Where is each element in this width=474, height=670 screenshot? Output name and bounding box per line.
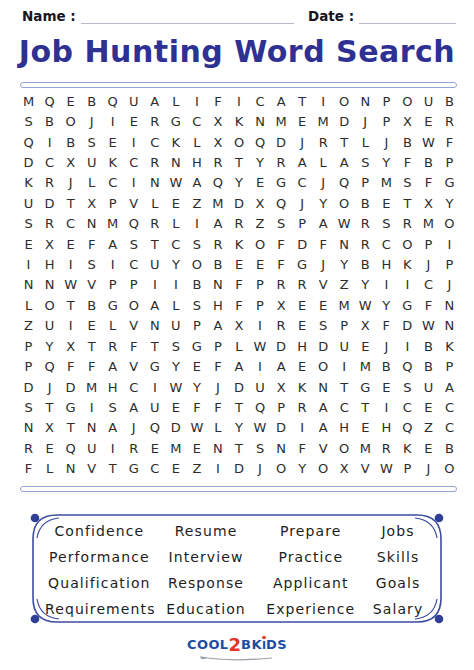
grid-cell[interactable]: T — [355, 397, 376, 417]
grid-cell[interactable]: C — [102, 173, 123, 193]
grid-cell[interactable]: X — [39, 418, 60, 438]
grid-cell[interactable]: M — [165, 438, 186, 458]
grid-cell[interactable]: O — [439, 214, 460, 234]
grid-cell[interactable]: P — [250, 295, 271, 315]
grid-cell[interactable]: F — [418, 173, 439, 193]
grid-cell[interactable]: D — [39, 193, 60, 213]
grid-cell[interactable]: N — [18, 275, 39, 295]
grid-cell[interactable]: T — [334, 132, 355, 152]
grid-cell[interactable]: O — [186, 254, 207, 274]
grid-cell[interactable]: O — [397, 91, 418, 111]
grid-cell[interactable]: Q — [102, 91, 123, 111]
grid-cell[interactable]: B — [207, 254, 228, 274]
grid-cell[interactable]: A — [313, 418, 334, 438]
grid-cell[interactable]: F — [81, 356, 102, 376]
grid-cell[interactable]: G — [144, 356, 165, 376]
grid-cell[interactable]: Y — [313, 193, 334, 213]
grid-cell[interactable]: I — [102, 111, 123, 131]
grid-cell[interactable]: J — [355, 111, 376, 131]
grid-cell[interactable]: V — [81, 275, 102, 295]
grid-cell[interactable]: R — [355, 214, 376, 234]
grid-cell[interactable]: I — [397, 336, 418, 356]
grid-cell[interactable]: Q — [250, 397, 271, 417]
grid-cell[interactable]: B — [39, 111, 60, 131]
grid-cell[interactable]: A — [207, 316, 228, 336]
grid-cell[interactable]: F — [60, 356, 81, 376]
grid-cell[interactable]: F — [207, 91, 228, 111]
grid-cell[interactable]: E — [376, 377, 397, 397]
grid-cell[interactable]: Y — [228, 418, 249, 438]
grid-cell[interactable]: G — [397, 295, 418, 315]
grid-cell[interactable]: F — [418, 295, 439, 315]
grid-cell[interactable]: I — [39, 132, 60, 152]
grid-cell[interactable]: T — [228, 438, 249, 458]
grid-cell[interactable]: N — [144, 173, 165, 193]
grid-cell[interactable]: F — [397, 152, 418, 172]
grid-cell[interactable]: R — [313, 132, 334, 152]
grid-cell[interactable]: X — [81, 193, 102, 213]
grid-cell[interactable]: W — [418, 132, 439, 152]
grid-cell[interactable]: A — [102, 356, 123, 376]
grid-cell[interactable]: I — [102, 438, 123, 458]
grid-cell[interactable]: E — [60, 91, 81, 111]
grid-cell[interactable]: H — [102, 377, 123, 397]
grid-cell[interactable]: C — [397, 397, 418, 417]
grid-cell[interactable]: Y — [376, 295, 397, 315]
grid-cell[interactable]: H — [376, 254, 397, 274]
grid-cell[interactable]: Q — [207, 173, 228, 193]
grid-cell[interactable]: B — [439, 438, 460, 458]
grid-cell[interactable]: X — [271, 295, 292, 315]
grid-cell[interactable]: O — [397, 234, 418, 254]
grid-cell[interactable]: E — [228, 254, 249, 274]
grid-cell[interactable]: E — [376, 193, 397, 213]
grid-cell[interactable]: P — [292, 214, 313, 234]
grid-cell[interactable]: L — [165, 91, 186, 111]
grid-cell[interactable]: N — [60, 459, 81, 479]
grid-cell[interactable]: H — [292, 336, 313, 356]
grid-cell[interactable]: T — [334, 377, 355, 397]
grid-cell[interactable]: P — [439, 356, 460, 376]
grid-cell[interactable]: P — [18, 336, 39, 356]
grid-cell[interactable]: K — [292, 377, 313, 397]
grid-cell[interactable]: Y — [292, 459, 313, 479]
grid-cell[interactable]: E — [18, 234, 39, 254]
grid-cell[interactable]: P — [271, 397, 292, 417]
grid-cell[interactable]: R — [144, 111, 165, 131]
grid-cell[interactable]: S — [271, 214, 292, 234]
grid-cell[interactable]: U — [81, 152, 102, 172]
grid-cell[interactable]: J — [123, 418, 144, 438]
grid-cell[interactable]: O — [250, 234, 271, 254]
grid-cell[interactable]: F — [313, 234, 334, 254]
grid-cell[interactable]: Y — [165, 356, 186, 376]
grid-cell[interactable]: C — [123, 152, 144, 172]
grid-cell[interactable]: L — [165, 295, 186, 315]
grid-cell[interactable]: S — [18, 397, 39, 417]
grid-cell[interactable]: P — [355, 173, 376, 193]
grid-cell[interactable]: L — [18, 295, 39, 315]
grid-cell[interactable]: N — [39, 275, 60, 295]
grid-cell[interactable]: K — [439, 336, 460, 356]
grid-cell[interactable]: R — [102, 336, 123, 356]
grid-cell[interactable]: H — [334, 418, 355, 438]
grid-cell[interactable]: C — [334, 397, 355, 417]
grid-cell[interactable]: M — [313, 111, 334, 131]
grid-cell[interactable]: C — [376, 234, 397, 254]
grid-cell[interactable]: A — [292, 152, 313, 172]
grid-cell[interactable]: T — [81, 336, 102, 356]
grid-cell[interactable]: R — [271, 275, 292, 295]
grid-cell[interactable]: N — [355, 91, 376, 111]
grid-cell[interactable]: J — [292, 193, 313, 213]
grid-cell[interactable]: G — [102, 295, 123, 315]
grid-cell[interactable]: Y — [186, 377, 207, 397]
grid-cell[interactable]: Q — [397, 356, 418, 376]
grid-cell[interactable]: F — [228, 295, 249, 315]
grid-cell[interactable]: I — [186, 214, 207, 234]
grid-cell[interactable]: S — [123, 234, 144, 254]
grid-cell[interactable]: J — [292, 132, 313, 152]
grid-cell[interactable]: C — [250, 91, 271, 111]
grid-cell[interactable]: I — [439, 234, 460, 254]
grid-cell[interactable]: S — [81, 254, 102, 274]
grid-cell[interactable]: E — [292, 111, 313, 131]
grid-cell[interactable]: P — [397, 459, 418, 479]
grid-cell[interactable]: U — [165, 316, 186, 336]
grid-cell[interactable]: D — [292, 234, 313, 254]
grid-cell[interactable]: Y — [250, 152, 271, 172]
grid-cell[interactable]: E — [292, 295, 313, 315]
grid-cell[interactable]: V — [123, 193, 144, 213]
grid-cell[interactable]: Z — [334, 275, 355, 295]
grid-cell[interactable]: L — [186, 132, 207, 152]
grid-cell[interactable]: O — [228, 132, 249, 152]
grid-cell[interactable]: M — [334, 295, 355, 315]
grid-cell[interactable]: E — [313, 295, 334, 315]
grid-cell[interactable]: D — [18, 152, 39, 172]
grid-cell[interactable]: D — [334, 111, 355, 131]
grid-cell[interactable]: N — [81, 214, 102, 234]
grid-cell[interactable]: S — [397, 377, 418, 397]
grid-cell[interactable]: I — [186, 91, 207, 111]
grid-cell[interactable]: Q — [397, 418, 418, 438]
grid-cell[interactable]: E — [102, 132, 123, 152]
grid-cell[interactable]: S — [376, 214, 397, 234]
grid-cell[interactable]: J — [81, 111, 102, 131]
grid-cell[interactable]: C — [418, 275, 439, 295]
grid-cell[interactable]: G — [292, 254, 313, 274]
grid-cell[interactable]: F — [228, 275, 249, 295]
grid-cell[interactable]: S — [250, 438, 271, 458]
grid-cell[interactable]: A — [334, 152, 355, 172]
grid-cell[interactable]: Y — [334, 254, 355, 274]
grid-cell[interactable]: P — [207, 336, 228, 356]
grid-cell[interactable]: N — [334, 234, 355, 254]
grid-cell[interactable]: I — [60, 254, 81, 274]
grid-cell[interactable]: C — [439, 397, 460, 417]
grid-cell[interactable]: F — [207, 356, 228, 376]
grid-cell[interactable]: M — [81, 377, 102, 397]
grid-cell[interactable]: N — [207, 275, 228, 295]
grid-cell[interactable]: O — [123, 295, 144, 315]
grid-cell[interactable]: R — [228, 214, 249, 234]
grid-cell[interactable]: B — [355, 254, 376, 274]
grid-cell[interactable]: L — [207, 418, 228, 438]
grid-cell[interactable]: Q — [250, 132, 271, 152]
grid-cell[interactable]: R — [207, 152, 228, 172]
grid-cell[interactable]: X — [397, 111, 418, 131]
grid-cell[interactable]: D — [397, 316, 418, 336]
grid-cell[interactable]: M — [102, 214, 123, 234]
grid-cell[interactable]: Y — [39, 336, 60, 356]
grid-cell[interactable]: A — [144, 295, 165, 315]
grid-cell[interactable]: R — [39, 173, 60, 193]
grid-cell[interactable]: B — [376, 356, 397, 376]
grid-cell[interactable]: A — [207, 214, 228, 234]
grid-cell[interactable]: I — [165, 275, 186, 295]
grid-cell[interactable]: I — [313, 91, 334, 111]
grid-cell[interactable]: W — [250, 418, 271, 438]
grid-cell[interactable]: N — [81, 418, 102, 438]
grid-cell[interactable]: W — [376, 459, 397, 479]
grid-cell[interactable]: E — [39, 438, 60, 458]
grid-cell[interactable]: E — [250, 254, 271, 274]
grid-cell[interactable]: K — [397, 438, 418, 458]
grid-cell[interactable]: O — [439, 459, 460, 479]
grid-cell[interactable]: O — [313, 356, 334, 376]
grid-cell[interactable]: X — [228, 316, 249, 336]
grid-cell[interactable]: D — [313, 336, 334, 356]
grid-cell[interactable]: F — [271, 234, 292, 254]
grid-cell[interactable]: M — [271, 111, 292, 131]
grid-cell[interactable]: I — [376, 397, 397, 417]
grid-cell[interactable]: B — [439, 91, 460, 111]
grid-cell[interactable]: S — [397, 173, 418, 193]
grid-cell[interactable]: Q — [334, 173, 355, 193]
grid-cell[interactable]: E — [123, 111, 144, 131]
grid-cell[interactable]: J — [418, 459, 439, 479]
grid-cell[interactable]: S — [186, 295, 207, 315]
grid-cell[interactable]: A — [144, 91, 165, 111]
grid-cell[interactable]: G — [186, 336, 207, 356]
grid-cell[interactable]: N — [207, 438, 228, 458]
grid-cell[interactable]: C — [144, 459, 165, 479]
grid-cell[interactable]: T — [60, 193, 81, 213]
grid-cell[interactable]: B — [81, 91, 102, 111]
grid-cell[interactable]: Q — [39, 356, 60, 376]
grid-cell[interactable]: P — [376, 111, 397, 131]
grid-cell[interactable]: R — [292, 275, 313, 295]
grid-cell[interactable]: W — [165, 377, 186, 397]
grid-cell[interactable]: I — [102, 254, 123, 274]
grid-cell[interactable]: V — [123, 316, 144, 336]
grid-cell[interactable]: S — [18, 214, 39, 234]
grid-cell[interactable]: U — [123, 91, 144, 111]
grid-cell[interactable]: E — [144, 438, 165, 458]
grid-cell[interactable]: I — [144, 377, 165, 397]
grid-cell[interactable]: E — [250, 173, 271, 193]
grid-cell[interactable]: U — [39, 316, 60, 336]
grid-cell[interactable]: D — [228, 459, 249, 479]
grid-cell[interactable]: G — [123, 459, 144, 479]
grid-cell[interactable]: F — [271, 254, 292, 274]
grid-cell[interactable]: S — [18, 111, 39, 131]
grid-cell[interactable]: U — [418, 377, 439, 397]
grid-cell[interactable]: I — [334, 356, 355, 376]
grid-cell[interactable]: S — [313, 316, 334, 336]
grid-cell[interactable]: E — [355, 336, 376, 356]
grid-cell[interactable]: M — [376, 173, 397, 193]
grid-cell[interactable]: E — [292, 356, 313, 376]
grid-cell[interactable]: K — [102, 152, 123, 172]
grid-cell[interactable]: P — [250, 275, 271, 295]
grid-cell[interactable]: J — [418, 254, 439, 274]
grid-cell[interactable]: N — [144, 316, 165, 336]
grid-cell[interactable]: T — [60, 295, 81, 315]
grid-cell[interactable]: J — [376, 132, 397, 152]
grid-cell[interactable]: E — [81, 316, 102, 336]
grid-cell[interactable]: C — [292, 173, 313, 193]
grid-cell[interactable]: I — [60, 316, 81, 336]
grid-cell[interactable]: E — [60, 234, 81, 254]
grid-cell[interactable]: A — [313, 397, 334, 417]
grid-cell[interactable]: B — [186, 275, 207, 295]
grid-cell[interactable]: R — [144, 214, 165, 234]
grid-cell[interactable]: G — [165, 111, 186, 131]
grid-cell[interactable]: F — [207, 397, 228, 417]
grid-cell[interactable]: F — [123, 336, 144, 356]
grid-cell[interactable]: O — [60, 111, 81, 131]
grid-cell[interactable]: Q — [271, 193, 292, 213]
grid-cell[interactable]: C — [144, 132, 165, 152]
grid-cell[interactable]: I — [397, 275, 418, 295]
grid-cell[interactable]: J — [439, 275, 460, 295]
grid-cell[interactable]: K — [165, 132, 186, 152]
grid-cell[interactable]: L — [313, 152, 334, 172]
grid-cell[interactable]: M — [207, 193, 228, 213]
grid-cell[interactable]: U — [144, 397, 165, 417]
grid-cell[interactable]: C — [123, 377, 144, 397]
grid-cell[interactable]: D — [271, 336, 292, 356]
grid-cell[interactable]: I — [250, 356, 271, 376]
grid-cell[interactable]: Y — [439, 193, 460, 213]
grid-cell[interactable]: R — [39, 214, 60, 234]
grid-cell[interactable]: P — [18, 356, 39, 376]
grid-cell[interactable]: X — [334, 459, 355, 479]
grid-cell[interactable]: N — [18, 418, 39, 438]
grid-cell[interactable]: E — [355, 418, 376, 438]
grid-cell[interactable]: P — [418, 234, 439, 254]
grid-cell[interactable]: E — [292, 316, 313, 336]
grid-cell[interactable]: D — [228, 193, 249, 213]
grid-cell[interactable]: B — [418, 152, 439, 172]
grid-cell[interactable]: K — [397, 254, 418, 274]
grid-cell[interactable]: I — [207, 459, 228, 479]
grid-cell[interactable]: Z — [418, 418, 439, 438]
grid-cell[interactable]: X — [60, 336, 81, 356]
grid-cell[interactable]: O — [271, 459, 292, 479]
grid-cell[interactable]: V — [81, 459, 102, 479]
grid-cell[interactable]: R — [292, 397, 313, 417]
grid-cell[interactable]: Q — [144, 418, 165, 438]
grid-cell[interactable]: B — [418, 336, 439, 356]
grid-cell[interactable]: N — [313, 377, 334, 397]
grid-cell[interactable]: C — [186, 111, 207, 131]
grid-cell[interactable]: M — [355, 438, 376, 458]
grid-cell[interactable]: T — [144, 336, 165, 356]
grid-cell[interactable]: R — [207, 234, 228, 254]
grid-cell[interactable]: W — [334, 214, 355, 234]
grid-cell[interactable]: H — [207, 295, 228, 315]
grid-cell[interactable]: I — [123, 173, 144, 193]
grid-cell[interactable]: O — [313, 459, 334, 479]
grid-cell[interactable]: I — [228, 91, 249, 111]
grid-cell[interactable]: A — [439, 377, 460, 397]
grid-cell[interactable]: X — [60, 152, 81, 172]
grid-cell[interactable]: T — [39, 397, 60, 417]
grid-cell[interactable]: P — [102, 193, 123, 213]
grid-cell[interactable]: X — [271, 377, 292, 397]
grid-cell[interactable]: F — [186, 397, 207, 417]
grid-cell[interactable]: T — [397, 193, 418, 213]
grid-cell[interactable]: F — [18, 459, 39, 479]
grid-cell[interactable]: R — [397, 214, 418, 234]
grid-cell[interactable]: O — [334, 438, 355, 458]
grid-cell[interactable]: E — [165, 193, 186, 213]
grid-cell[interactable]: M — [355, 356, 376, 376]
grid-cell[interactable]: X — [418, 193, 439, 213]
grid-cell[interactable]: M — [18, 91, 39, 111]
grid-cell[interactable]: Y — [376, 152, 397, 172]
grid-cell[interactable]: R — [18, 438, 39, 458]
grid-cell[interactable]: J — [39, 377, 60, 397]
grid-cell[interactable]: W — [165, 173, 186, 193]
grid-cell[interactable]: E — [418, 438, 439, 458]
grid-cell[interactable]: I — [144, 275, 165, 295]
grid-cell[interactable]: E — [165, 459, 186, 479]
grid-cell[interactable]: U — [144, 254, 165, 274]
grid-cell[interactable]: U — [250, 377, 271, 397]
grid-cell[interactable]: B — [355, 193, 376, 213]
grid-cell[interactable]: L — [228, 336, 249, 356]
grid-cell[interactable]: C — [439, 418, 460, 438]
grid-cell[interactable]: H — [376, 418, 397, 438]
grid-cell[interactable]: F — [439, 132, 460, 152]
grid-cell[interactable]: I — [81, 397, 102, 417]
grid-cell[interactable]: E — [186, 438, 207, 458]
grid-cell[interactable]: H — [39, 254, 60, 274]
grid-cell[interactable]: C — [39, 152, 60, 172]
grid-cell[interactable]: G — [355, 377, 376, 397]
grid-cell[interactable]: N — [439, 295, 460, 315]
grid-cell[interactable]: A — [271, 356, 292, 376]
grid-cell[interactable]: S — [165, 336, 186, 356]
grid-cell[interactable]: C — [165, 234, 186, 254]
grid-cell[interactable]: Y — [228, 173, 249, 193]
grid-cell[interactable]: P — [376, 91, 397, 111]
grid-cell[interactable]: V — [313, 438, 334, 458]
grid-cell[interactable]: A — [123, 397, 144, 417]
grid-cell[interactable]: J — [207, 377, 228, 397]
grid-cell[interactable]: L — [39, 459, 60, 479]
grid-cell[interactable]: W — [60, 275, 81, 295]
grid-cell[interactable]: J — [60, 173, 81, 193]
grid-cell[interactable]: N — [271, 438, 292, 458]
grid-cell[interactable]: I — [123, 132, 144, 152]
grid-cell[interactable]: D — [271, 132, 292, 152]
grid-cell[interactable]: R — [144, 152, 165, 172]
